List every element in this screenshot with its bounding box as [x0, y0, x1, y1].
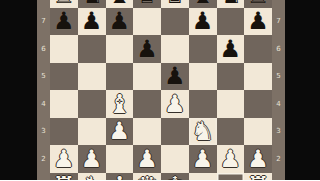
square-c4[interactable]: ♝: [106, 90, 134, 118]
square-b6[interactable]: [78, 35, 106, 63]
rank-label-6: 6: [37, 45, 50, 53]
square-b5[interactable]: [78, 63, 106, 91]
black-pawn-g6[interactable]: ♟: [220, 37, 242, 61]
square-d2[interactable]: ♟: [133, 145, 161, 173]
square-c3[interactable]: ♟: [106, 118, 134, 146]
square-e8[interactable]: ♚: [161, 0, 189, 8]
white-pawn-e4[interactable]: ♟: [164, 92, 186, 116]
video-frame: 87654321 87654321 ♜♞♝♛♚♝♞♜♟♟♟♟♟♟♟♟♝♟♟♞♟♟…: [0, 0, 320, 180]
square-e5[interactable]: ♟: [161, 63, 189, 91]
white-bishop-c1[interactable]: ♝: [108, 173, 131, 180]
black-queen-d8[interactable]: ♛: [135, 0, 158, 7]
square-b3[interactable]: [78, 118, 106, 146]
rank-label-7: 7: [37, 17, 50, 25]
square-a4[interactable]: [50, 90, 78, 118]
square-e4[interactable]: ♟: [161, 90, 189, 118]
square-h7[interactable]: ♟: [244, 8, 272, 36]
square-h5[interactable]: [244, 63, 272, 91]
white-pawn-a2[interactable]: ♟: [53, 147, 75, 171]
square-f6[interactable]: [189, 35, 217, 63]
black-pawn-h7[interactable]: ♟: [247, 9, 269, 33]
rank-labels-right: 87654321: [272, 0, 285, 180]
black-pawn-d6[interactable]: ♟: [136, 37, 158, 61]
black-pawn-a7[interactable]: ♟: [53, 9, 75, 33]
square-h3[interactable]: [244, 118, 272, 146]
square-g4[interactable]: [217, 90, 245, 118]
square-c2[interactable]: [106, 145, 134, 173]
white-pawn-b2[interactable]: ♟: [81, 147, 103, 171]
rank-label-5: 5: [272, 72, 285, 80]
square-e6[interactable]: [161, 35, 189, 63]
black-bishop-c8[interactable]: ♝: [108, 0, 131, 7]
square-b7[interactable]: ♟: [78, 8, 106, 36]
square-d8[interactable]: ♛: [133, 0, 161, 8]
square-f7[interactable]: ♟: [189, 8, 217, 36]
square-g2[interactable]: ♟: [217, 145, 245, 173]
square-g3[interactable]: [217, 118, 245, 146]
white-pawn-c3[interactable]: ♟: [109, 119, 131, 143]
black-pawn-e5[interactable]: ♟: [164, 64, 186, 88]
square-d1[interactable]: ♛: [133, 173, 161, 181]
square-b4[interactable]: [78, 90, 106, 118]
square-d5[interactable]: [133, 63, 161, 91]
square-f2[interactable]: ♟: [189, 145, 217, 173]
white-bishop-c4[interactable]: ♝: [108, 91, 131, 117]
rank-label-2: 2: [272, 155, 285, 163]
white-pawn-h2[interactable]: ♟: [247, 147, 269, 171]
black-bishop-f8[interactable]: ♝: [191, 0, 214, 7]
square-h2[interactable]: ♟: [244, 145, 272, 173]
black-pawn-b7[interactable]: ♟: [81, 9, 103, 33]
rank-label-6: 6: [272, 45, 285, 53]
square-d3[interactable]: [133, 118, 161, 146]
rank-label-4: 4: [272, 100, 285, 108]
square-f4[interactable]: [189, 90, 217, 118]
white-pawn-g2[interactable]: ♟: [220, 147, 242, 171]
square-g6[interactable]: ♟: [217, 35, 245, 63]
square-a7[interactable]: ♟: [50, 8, 78, 36]
square-c6[interactable]: [106, 35, 134, 63]
black-rook-a8[interactable]: ♜: [52, 0, 75, 7]
square-a6[interactable]: [50, 35, 78, 63]
square-b1[interactable]: ♞: [78, 173, 106, 181]
white-king-e1[interactable]: ♚: [163, 173, 186, 180]
white-queen-d1[interactable]: ♛: [135, 173, 158, 180]
rank-label-5: 5: [37, 72, 50, 80]
rank-label-3: 3: [37, 127, 50, 135]
square-f3[interactable]: ♞: [189, 118, 217, 146]
square-f1[interactable]: [189, 173, 217, 181]
square-e3[interactable]: [161, 118, 189, 146]
letterbox-bar-left: [0, 0, 37, 180]
square-d6[interactable]: ♟: [133, 35, 161, 63]
square-h4[interactable]: [244, 90, 272, 118]
black-knight-g8[interactable]: ♞: [219, 0, 242, 7]
square-h1[interactable]: ♜: [244, 173, 272, 181]
square-e7[interactable]: [161, 8, 189, 36]
square-d4[interactable]: [133, 90, 161, 118]
square-d7[interactable]: [133, 8, 161, 36]
white-rook-a1[interactable]: ♜: [52, 173, 75, 180]
white-pawn-d2[interactable]: ♟: [136, 147, 158, 171]
black-rook-h8[interactable]: ♜: [246, 0, 269, 7]
black-pawn-c7[interactable]: ♟: [109, 9, 131, 33]
square-g5[interactable]: [217, 63, 245, 91]
black-king-e8[interactable]: ♚: [163, 0, 186, 7]
white-pawn-f2[interactable]: ♟: [192, 147, 214, 171]
rank-labels-left: 87654321: [37, 0, 50, 180]
chess-board: 87654321 87654321 ♜♞♝♛♚♝♞♜♟♟♟♟♟♟♟♟♝♟♟♞♟♟…: [37, 0, 285, 180]
square-b2[interactable]: ♟: [78, 145, 106, 173]
square-a5[interactable]: [50, 63, 78, 91]
square-g1[interactable]: [217, 173, 245, 181]
square-c5[interactable]: [106, 63, 134, 91]
white-rook-h1[interactable]: ♜: [246, 173, 269, 180]
rank-label-2: 2: [37, 155, 50, 163]
board-squares: ♜♞♝♛♚♝♞♜♟♟♟♟♟♟♟♟♝♟♟♞♟♟♟♟♟♟♜♞♝♛♚♜: [50, 0, 272, 180]
black-knight-b8[interactable]: ♞: [80, 0, 103, 7]
white-knight-f3[interactable]: ♞: [191, 118, 214, 144]
letterbox-bar-right: [285, 0, 320, 180]
square-g7[interactable]: [217, 8, 245, 36]
black-pawn-f7[interactable]: ♟: [192, 9, 214, 33]
square-a1[interactable]: ♜: [50, 173, 78, 181]
rank-label-3: 3: [272, 127, 285, 135]
square-c1[interactable]: ♝: [106, 173, 134, 181]
square-h6[interactable]: [244, 35, 272, 63]
square-a3[interactable]: [50, 118, 78, 146]
square-e2[interactable]: [161, 145, 189, 173]
rank-label-7: 7: [272, 17, 285, 25]
rank-label-4: 4: [37, 100, 50, 108]
square-e1[interactable]: ♚: [161, 173, 189, 181]
square-c7[interactable]: ♟: [106, 8, 134, 36]
square-f5[interactable]: [189, 63, 217, 91]
square-g8[interactable]: ♞: [217, 0, 245, 8]
square-a2[interactable]: ♟: [50, 145, 78, 173]
white-knight-b1[interactable]: ♞: [80, 173, 103, 180]
